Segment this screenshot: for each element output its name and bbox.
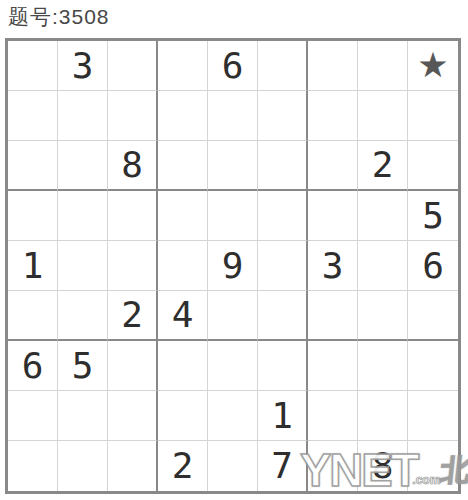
cell-r2c4[interactable] xyxy=(158,91,208,141)
cell-r4c5[interactable] xyxy=(208,191,258,241)
cell-r1c2[interactable]: 3 xyxy=(58,41,108,91)
cell-r6c2[interactable] xyxy=(58,291,108,341)
cell-r5c2[interactable] xyxy=(58,241,108,291)
cell-r6c9[interactable] xyxy=(408,291,458,341)
cell-r7c6[interactable] xyxy=(258,341,308,391)
cell-r4c7[interactable] xyxy=(308,191,358,241)
cell-r6c8[interactable] xyxy=(358,291,408,341)
cell-r7c8[interactable] xyxy=(358,341,408,391)
cell-r5c7[interactable]: 3 xyxy=(308,241,358,291)
cell-r6c3[interactable]: 2 xyxy=(108,291,158,341)
cell-r1c4[interactable] xyxy=(158,41,208,91)
cell-r6c7[interactable] xyxy=(308,291,358,341)
cell-r8c7[interactable] xyxy=(308,391,358,441)
cell-r3c2[interactable] xyxy=(58,141,108,191)
cell-r5c3[interactable] xyxy=(108,241,158,291)
cell-r7c2[interactable]: 5 xyxy=(58,341,108,391)
cell-r7c4[interactable] xyxy=(158,341,208,391)
cell-r7c5[interactable] xyxy=(208,341,258,391)
cell-r9c3[interactable] xyxy=(108,441,158,491)
cell-r3c9[interactable] xyxy=(408,141,458,191)
cell-r9c2[interactable] xyxy=(58,441,108,491)
cell-r1c8[interactable] xyxy=(358,41,408,91)
cell-r3c1[interactable] xyxy=(8,141,58,191)
cell-r9c1[interactable] xyxy=(8,441,58,491)
cell-r8c3[interactable] xyxy=(108,391,158,441)
cell-r8c9[interactable] xyxy=(408,391,458,441)
cell-r4c3[interactable] xyxy=(108,191,158,241)
cell-r2c3[interactable] xyxy=(108,91,158,141)
cell-r5c8[interactable] xyxy=(358,241,408,291)
cell-r7c9[interactable] xyxy=(408,341,458,391)
cell-r6c1[interactable] xyxy=(8,291,58,341)
cell-r5c9[interactable]: 6 xyxy=(408,241,458,291)
cell-r8c8[interactable] xyxy=(358,391,408,441)
cell-r9c6[interactable]: 7 xyxy=(258,441,308,491)
cell-r2c6[interactable] xyxy=(258,91,308,141)
cell-r2c5[interactable] xyxy=(208,91,258,141)
cell-r3c3[interactable]: 8 xyxy=(108,141,158,191)
cell-r1c3[interactable] xyxy=(108,41,158,91)
cell-r8c5[interactable] xyxy=(208,391,258,441)
cell-r4c6[interactable] xyxy=(258,191,308,241)
cell-r2c2[interactable] xyxy=(58,91,108,141)
cell-r1c5[interactable]: 6 xyxy=(208,41,258,91)
cell-r1c9[interactable]: ★ xyxy=(408,41,458,91)
cell-r6c4[interactable]: 4 xyxy=(158,291,208,341)
cell-r8c1[interactable] xyxy=(8,391,58,441)
cell-r5c1[interactable]: 1 xyxy=(8,241,58,291)
cell-r8c2[interactable] xyxy=(58,391,108,441)
cell-r9c8[interactable]: 8 xyxy=(358,441,408,491)
cell-r7c7[interactable] xyxy=(308,341,358,391)
cell-r4c8[interactable] xyxy=(358,191,408,241)
cell-r3c4[interactable] xyxy=(158,141,208,191)
cell-r3c7[interactable] xyxy=(308,141,358,191)
cell-r1c7[interactable] xyxy=(308,41,358,91)
cell-r4c2[interactable] xyxy=(58,191,108,241)
sudoku-board: 36★825193624651278 xyxy=(5,38,461,494)
cell-r7c3[interactable] xyxy=(108,341,158,391)
cell-r1c1[interactable] xyxy=(8,41,58,91)
cell-r6c6[interactable] xyxy=(258,291,308,341)
cell-r8c4[interactable] xyxy=(158,391,208,441)
cell-r3c8[interactable]: 2 xyxy=(358,141,408,191)
cell-r5c4[interactable] xyxy=(158,241,208,291)
cell-r9c5[interactable] xyxy=(208,441,258,491)
cell-r4c4[interactable] xyxy=(158,191,208,241)
cell-r8c6[interactable]: 1 xyxy=(258,391,308,441)
cell-r7c1[interactable]: 6 xyxy=(8,341,58,391)
cell-r5c6[interactable] xyxy=(258,241,308,291)
cell-r4c1[interactable] xyxy=(8,191,58,241)
cell-r6c5[interactable] xyxy=(208,291,258,341)
puzzle-number-title: 题号:3508 xyxy=(8,3,110,31)
cell-r2c7[interactable] xyxy=(308,91,358,141)
cell-r9c7[interactable] xyxy=(308,441,358,491)
cell-r2c1[interactable] xyxy=(8,91,58,141)
cell-r9c4[interactable]: 2 xyxy=(158,441,208,491)
cell-r4c9[interactable]: 5 xyxy=(408,191,458,241)
cell-r5c5[interactable]: 9 xyxy=(208,241,258,291)
cell-r1c6[interactable] xyxy=(258,41,308,91)
cell-r3c6[interactable] xyxy=(258,141,308,191)
cell-r3c5[interactable] xyxy=(208,141,258,191)
cell-r2c8[interactable] xyxy=(358,91,408,141)
cell-r2c9[interactable] xyxy=(408,91,458,141)
cell-r9c9[interactable] xyxy=(408,441,458,491)
